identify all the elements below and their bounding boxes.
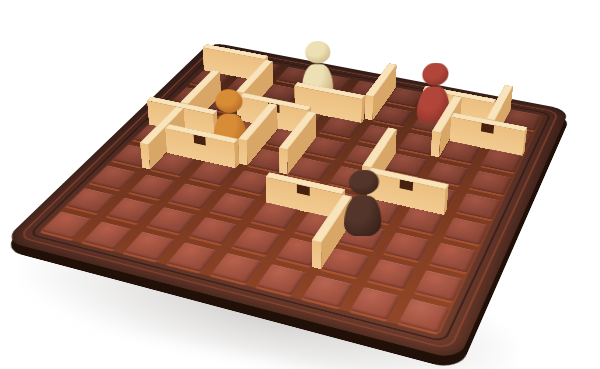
board-cell-c4r7[interactable] [210,193,257,219]
pawn-head [422,63,450,86]
wall-notch [193,135,205,146]
board-cell-c2r7[interactable] [129,174,176,199]
wall-notch [400,180,414,192]
wall-notch [297,184,310,196]
pawn-body [344,196,383,237]
pawn-figure-dark-brown [343,170,385,237]
board-cell-c4r8[interactable] [189,217,238,245]
wall-face [279,148,288,175]
board-cell-c2r8[interactable] [106,197,154,223]
quoridor-photo-scene [0,0,600,369]
board-cell-c8r7[interactable] [384,232,431,261]
wall-face [311,241,321,271]
board-cell-c3r8[interactable] [147,207,195,234]
pawn-head [215,89,243,113]
board-cell-c5r8[interactable] [232,227,281,255]
pawn-head [349,170,380,195]
pawn-head [305,41,330,64]
wall-notch [481,123,494,134]
board-cell-c3r7[interactable] [169,184,216,209]
board-cell-c8r8[interactable] [368,259,416,290]
